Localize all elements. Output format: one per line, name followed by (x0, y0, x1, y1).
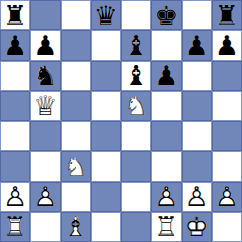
square-g4[interactable] (182, 121, 212, 151)
piece-outline-glyph: ♟ (30, 30, 60, 60)
piece-white-rook[interactable]: ♜♖ (0, 212, 30, 242)
piece-black-bishop[interactable]: ♗♝ (121, 30, 151, 60)
square-d3[interactable] (91, 151, 121, 181)
square-g2[interactable]: ♟♙ (182, 182, 212, 212)
piece-outline-glyph: ♞ (30, 61, 60, 91)
piece-white-knight[interactable]: ♞♘ (61, 151, 91, 181)
square-c7[interactable] (61, 30, 91, 60)
square-d4[interactable] (91, 121, 121, 151)
piece-white-pawn[interactable]: ♟♙ (0, 182, 30, 212)
piece-black-pawn[interactable]: ♙♟ (182, 30, 212, 60)
piece-outline-glyph: ♖ (0, 212, 30, 242)
square-a8[interactable]: ♖♜ (0, 0, 30, 30)
piece-black-king[interactable]: ♔♚ (151, 0, 181, 30)
square-e5[interactable]: ♞♘ (121, 91, 151, 121)
piece-black-pawn[interactable]: ♙♟ (0, 30, 30, 60)
square-b8[interactable] (30, 0, 60, 30)
square-e2[interactable] (121, 182, 151, 212)
piece-black-rook[interactable]: ♖♜ (0, 0, 30, 30)
square-c5[interactable] (61, 91, 91, 121)
square-f1[interactable]: ♜♖ (151, 212, 181, 242)
square-f2[interactable]: ♟♙ (151, 182, 181, 212)
square-b5[interactable]: ♛♕ (30, 91, 60, 121)
square-h8[interactable]: ♖♜ (212, 0, 242, 30)
piece-black-pawn[interactable]: ♙♟ (151, 61, 181, 91)
square-e4[interactable] (121, 121, 151, 151)
square-b6[interactable]: ♘♞ (30, 61, 60, 91)
square-e6[interactable]: ♗♝ (121, 61, 151, 91)
square-g7[interactable]: ♙♟ (182, 30, 212, 60)
square-c1[interactable]: ♝♗ (61, 212, 91, 242)
piece-outline-glyph: ♘ (61, 151, 91, 181)
square-e7[interactable]: ♗♝ (121, 30, 151, 60)
square-f7[interactable] (151, 30, 181, 60)
piece-outline-glyph: ♗ (61, 212, 91, 242)
square-f8[interactable]: ♔♚ (151, 0, 181, 30)
square-a7[interactable]: ♙♟ (0, 30, 30, 60)
piece-outline-glyph: ♙ (0, 182, 30, 212)
piece-white-king[interactable]: ♚♔ (182, 212, 212, 242)
square-e3[interactable] (121, 151, 151, 181)
square-a6[interactable] (0, 61, 30, 91)
square-b7[interactable]: ♙♟ (30, 30, 60, 60)
square-a1[interactable]: ♜♖ (0, 212, 30, 242)
square-e1[interactable] (121, 212, 151, 242)
square-f6[interactable]: ♙♟ (151, 61, 181, 91)
piece-outline-glyph: ♙ (30, 182, 60, 212)
piece-white-rook[interactable]: ♜♖ (151, 212, 181, 242)
square-g6[interactable] (182, 61, 212, 91)
square-c2[interactable] (61, 182, 91, 212)
piece-black-queen[interactable]: ♕♛ (91, 0, 121, 30)
piece-white-pawn[interactable]: ♟♙ (30, 182, 60, 212)
piece-black-knight[interactable]: ♘♞ (30, 61, 60, 91)
square-d6[interactable] (91, 61, 121, 91)
square-b4[interactable] (30, 121, 60, 151)
square-c3[interactable]: ♞♘ (61, 151, 91, 181)
square-g3[interactable] (182, 151, 212, 181)
square-h7[interactable]: ♙♟ (212, 30, 242, 60)
square-a5[interactable] (0, 91, 30, 121)
square-c4[interactable] (61, 121, 91, 151)
square-g8[interactable] (182, 0, 212, 30)
piece-white-pawn[interactable]: ♟♙ (212, 182, 242, 212)
square-g1[interactable]: ♚♔ (182, 212, 212, 242)
square-h1[interactable] (212, 212, 242, 242)
square-b3[interactable] (30, 151, 60, 181)
piece-white-bishop[interactable]: ♝♗ (61, 212, 91, 242)
square-g5[interactable] (182, 91, 212, 121)
square-a2[interactable]: ♟♙ (0, 182, 30, 212)
piece-white-pawn[interactable]: ♟♙ (151, 182, 181, 212)
piece-outline-glyph: ♙ (151, 182, 181, 212)
square-c6[interactable] (61, 61, 91, 91)
piece-outline-glyph: ♛ (91, 0, 121, 30)
square-h3[interactable] (212, 151, 242, 181)
piece-outline-glyph: ♟ (151, 61, 181, 91)
square-f4[interactable] (151, 121, 181, 151)
square-c8[interactable] (61, 0, 91, 30)
piece-outline-glyph: ♘ (121, 91, 151, 121)
chess-board: ♖♜♕♛♔♚♖♜♙♟♙♟♗♝♙♟♙♟♘♞♗♝♙♟♛♕♞♘♞♘♟♙♟♙♟♙♟♙♟♙… (0, 0, 242, 242)
piece-outline-glyph: ♟ (182, 30, 212, 60)
square-a4[interactable] (0, 121, 30, 151)
square-a3[interactable] (0, 151, 30, 181)
square-b1[interactable] (30, 212, 60, 242)
piece-outline-glyph: ♙ (182, 182, 212, 212)
piece-white-queen[interactable]: ♛♕ (30, 91, 60, 121)
piece-outline-glyph: ♜ (0, 0, 30, 30)
piece-white-knight[interactable]: ♞♘ (121, 91, 151, 121)
piece-black-rook[interactable]: ♖♜ (212, 0, 242, 30)
square-d2[interactable] (91, 182, 121, 212)
piece-outline-glyph: ♚ (151, 0, 181, 30)
square-e8[interactable] (121, 0, 151, 30)
piece-black-pawn[interactable]: ♙♟ (212, 30, 242, 60)
piece-outline-glyph: ♕ (30, 91, 60, 121)
piece-outline-glyph: ♟ (0, 30, 30, 60)
square-f3[interactable] (151, 151, 181, 181)
square-b2[interactable]: ♟♙ (30, 182, 60, 212)
piece-black-pawn[interactable]: ♙♟ (30, 30, 60, 60)
piece-outline-glyph: ♖ (151, 212, 181, 242)
square-h4[interactable] (212, 121, 242, 151)
square-d5[interactable] (91, 91, 121, 121)
square-d8[interactable]: ♕♛ (91, 0, 121, 30)
piece-outline-glyph: ♟ (212, 30, 242, 60)
square-h5[interactable] (212, 91, 242, 121)
piece-outline-glyph: ♙ (212, 182, 242, 212)
piece-outline-glyph: ♝ (121, 30, 151, 60)
piece-outline-glyph: ♔ (182, 212, 212, 242)
piece-black-bishop[interactable]: ♗♝ (121, 61, 151, 91)
piece-outline-glyph: ♜ (212, 0, 242, 30)
square-f5[interactable] (151, 91, 181, 121)
piece-outline-glyph: ♝ (121, 61, 151, 91)
square-h6[interactable] (212, 61, 242, 91)
square-d1[interactable] (91, 212, 121, 242)
piece-white-pawn[interactable]: ♟♙ (182, 182, 212, 212)
square-h2[interactable]: ♟♙ (212, 182, 242, 212)
square-d7[interactable] (91, 30, 121, 60)
